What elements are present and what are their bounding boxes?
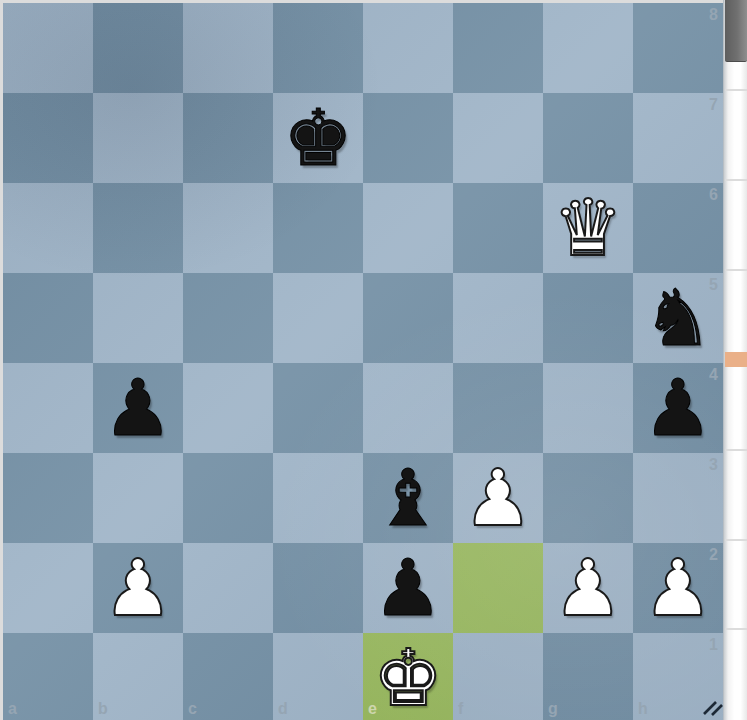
rank-label-7: 7: [709, 97, 718, 113]
square-d7[interactable]: ♚: [273, 93, 363, 183]
square-g7[interactable]: [543, 93, 633, 183]
white-pawn[interactable]: ♟: [463, 453, 533, 543]
square-a2[interactable]: [3, 543, 93, 633]
square-g6[interactable]: ♛: [543, 183, 633, 273]
square-b1[interactable]: b: [93, 633, 183, 720]
square-h6[interactable]: 6: [633, 183, 723, 273]
black-knight[interactable]: ♞: [643, 273, 713, 363]
scrollbar-track[interactable]: [723, 0, 747, 720]
rank-label-4: 4: [709, 367, 718, 383]
square-a5[interactable]: [3, 273, 93, 363]
square-b5[interactable]: [93, 273, 183, 363]
black-pawn[interactable]: ♟: [643, 363, 713, 453]
square-g5[interactable]: [543, 273, 633, 363]
square-a6[interactable]: [3, 183, 93, 273]
black-bishop[interactable]: ♝: [373, 453, 443, 543]
square-b6[interactable]: [93, 183, 183, 273]
square-c6[interactable]: [183, 183, 273, 273]
square-e3[interactable]: ♝: [363, 453, 453, 543]
square-d2[interactable]: [273, 543, 363, 633]
square-e2[interactable]: ♟: [363, 543, 453, 633]
resize-handle-icon[interactable]: [699, 692, 723, 718]
square-d8[interactable]: [273, 3, 363, 93]
square-b8[interactable]: [93, 3, 183, 93]
board-grid[interactable]: 8♚7♛6♞5♟♟4♝♟3♟♟♟♟2abcd♚efgh1: [3, 3, 723, 720]
rank-label-2: 2: [709, 547, 718, 563]
square-h8[interactable]: 8: [633, 3, 723, 93]
scrollbar-segment-line: [725, 89, 747, 91]
square-c4[interactable]: [183, 363, 273, 453]
square-f3[interactable]: ♟: [453, 453, 543, 543]
square-d3[interactable]: [273, 453, 363, 543]
square-e5[interactable]: [363, 273, 453, 363]
square-f7[interactable]: [453, 93, 543, 183]
square-a8[interactable]: [3, 3, 93, 93]
square-f4[interactable]: [453, 363, 543, 453]
square-c2[interactable]: [183, 543, 273, 633]
square-a7[interactable]: [3, 93, 93, 183]
scroll-position-marker: [725, 352, 747, 367]
square-g8[interactable]: [543, 3, 633, 93]
chess-board: 8♚7♛6♞5♟♟4♝♟3♟♟♟♟2abcd♚efgh1: [0, 0, 723, 720]
chess-app-screen: 8♚7♛6♞5♟♟4♝♟3♟♟♟♟2abcd♚efgh1: [0, 0, 747, 720]
rank-label-8: 8: [709, 7, 718, 23]
square-e8[interactable]: [363, 3, 453, 93]
file-label-f: f: [458, 701, 463, 717]
scrollbar-segment-line: [725, 179, 747, 181]
square-f5[interactable]: [453, 273, 543, 363]
black-pawn[interactable]: ♟: [103, 363, 173, 453]
square-h4[interactable]: ♟4: [633, 363, 723, 453]
file-label-b: b: [98, 701, 108, 717]
square-d1[interactable]: d: [273, 633, 363, 720]
square-h5[interactable]: ♞5: [633, 273, 723, 363]
square-d6[interactable]: [273, 183, 363, 273]
white-pawn[interactable]: ♟: [553, 543, 623, 633]
square-d5[interactable]: [273, 273, 363, 363]
scrollbar-thumb[interactable]: [725, 0, 747, 62]
square-c3[interactable]: [183, 453, 273, 543]
square-b3[interactable]: [93, 453, 183, 543]
rank-label-6: 6: [709, 187, 718, 203]
rank-label-1: 1: [709, 637, 718, 653]
scrollbar-segment-line: [725, 628, 747, 630]
square-f6[interactable]: [453, 183, 543, 273]
scrollbar-segment-line: [725, 269, 747, 271]
rank-label-5: 5: [709, 277, 718, 293]
black-king[interactable]: ♚: [283, 93, 353, 183]
square-d4[interactable]: [273, 363, 363, 453]
square-a4[interactable]: [3, 363, 93, 453]
square-g4[interactable]: [543, 363, 633, 453]
square-e6[interactable]: [363, 183, 453, 273]
square-h7[interactable]: 7: [633, 93, 723, 183]
file-label-g: g: [548, 701, 558, 717]
square-a1[interactable]: a: [3, 633, 93, 720]
scrollbar-segment-line: [725, 449, 747, 451]
file-label-a: a: [8, 701, 17, 717]
square-c1[interactable]: c: [183, 633, 273, 720]
white-queen[interactable]: ♛: [553, 183, 623, 273]
square-h3[interactable]: 3: [633, 453, 723, 543]
white-pawn[interactable]: ♟: [103, 543, 173, 633]
square-c7[interactable]: [183, 93, 273, 183]
square-g2[interactable]: ♟: [543, 543, 633, 633]
square-e4[interactable]: [363, 363, 453, 453]
file-label-h: h: [638, 701, 648, 717]
white-pawn[interactable]: ♟: [643, 543, 713, 633]
square-f2[interactable]: [453, 543, 543, 633]
scrollbar-segment-line: [725, 539, 747, 541]
file-label-c: c: [188, 701, 197, 717]
square-e7[interactable]: [363, 93, 453, 183]
square-c8[interactable]: [183, 3, 273, 93]
square-f1[interactable]: f: [453, 633, 543, 720]
file-label-e: e: [368, 701, 377, 717]
black-pawn[interactable]: ♟: [373, 543, 443, 633]
square-b4[interactable]: ♟: [93, 363, 183, 453]
rank-label-3: 3: [709, 457, 718, 473]
file-label-d: d: [278, 701, 288, 717]
square-h2[interactable]: ♟2: [633, 543, 723, 633]
square-g1[interactable]: g: [543, 633, 633, 720]
square-a3[interactable]: [3, 453, 93, 543]
square-b7[interactable]: [93, 93, 183, 183]
white-king[interactable]: ♚: [373, 633, 443, 720]
square-b2[interactable]: ♟: [93, 543, 183, 633]
square-c5[interactable]: [183, 273, 273, 363]
square-g3[interactable]: [543, 453, 633, 543]
square-e1[interactable]: ♚e: [363, 633, 453, 720]
square-f8[interactable]: [453, 3, 543, 93]
